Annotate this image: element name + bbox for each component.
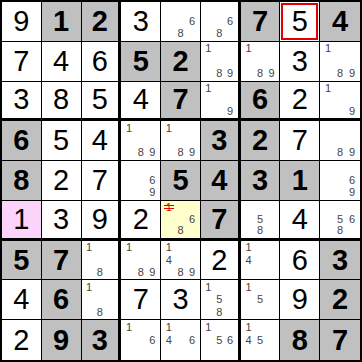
- candidate-1: 1: [322, 83, 334, 95]
- cell-r2c3[interactable]: 6: [82, 42, 122, 82]
- pencil-marks: 189: [121, 121, 160, 160]
- cell-value-3: 3: [292, 47, 308, 76]
- candidate-9: 9: [346, 187, 358, 199]
- candidate-9: 9: [225, 106, 236, 118]
- cell-r3c9[interactable]: 19: [320, 82, 360, 122]
- cell-r8c6[interactable]: 158: [201, 280, 241, 320]
- cell-value-9: 9: [292, 285, 308, 314]
- candidate-5: 5: [214, 334, 225, 347]
- cell-value-4: 4: [211, 166, 227, 195]
- cell-r3c8[interactable]: 2: [280, 82, 320, 122]
- cell-r9c5[interactable]: 146: [161, 320, 201, 360]
- cell-r4c3[interactable]: 4: [82, 121, 122, 161]
- cell-r1c7[interactable]: 7: [241, 2, 281, 42]
- cell-r6c8[interactable]: 4: [280, 201, 320, 241]
- cell-r8c4[interactable]: 7: [121, 280, 161, 320]
- cell-r9c6[interactable]: 156: [201, 320, 241, 360]
- candidate-8: 8: [135, 266, 147, 278]
- cell-value-8: 8: [13, 166, 29, 195]
- pencil-marks: 156: [201, 320, 238, 360]
- pencil-marks: 68: [201, 2, 238, 41]
- cell-value-5: 5: [92, 85, 108, 114]
- candidate-6: 6: [225, 15, 236, 27]
- cell-r1c8[interactable]: 5: [280, 2, 320, 42]
- cell-r5c8[interactable]: 1: [280, 161, 320, 201]
- cell-r5c5[interactable]: 5: [161, 161, 201, 201]
- cell-value-6: 6: [92, 47, 108, 76]
- candidate-1: 1: [84, 281, 95, 293]
- cell-r2c6[interactable]: 189: [201, 42, 241, 82]
- cell-value-6: 6: [252, 85, 268, 114]
- candidate-4: 4: [163, 334, 175, 347]
- cell-value-2: 2: [292, 85, 308, 114]
- candidate-8: 8: [135, 147, 147, 159]
- cell-value-4: 4: [292, 205, 308, 234]
- candidate-8: 8: [94, 306, 105, 318]
- candidate-8: 8: [94, 266, 105, 278]
- candidate-9: 9: [186, 266, 198, 278]
- pencil-marks: 19: [320, 82, 360, 119]
- cell-r3c7[interactable]: 6: [241, 82, 281, 122]
- cell-r8c9[interactable]: 2: [320, 280, 360, 320]
- cell-r2c8[interactable]: 3: [280, 42, 320, 82]
- candidate-1: 1: [123, 321, 135, 334]
- cell-value-5: 5: [292, 7, 308, 36]
- pencil-marks: 14: [241, 241, 280, 280]
- cell-value-6: 6: [13, 126, 29, 155]
- cell-r7c2[interactable]: 7: [42, 241, 82, 281]
- cell-value-9: 9: [13, 7, 29, 36]
- candidate-9: 9: [346, 106, 358, 118]
- cell-r1c4[interactable]: 3: [121, 2, 161, 42]
- cell-r2c7[interactable]: 189: [241, 42, 281, 82]
- candidate-9: 9: [225, 67, 236, 79]
- candidate-4: 4: [163, 254, 175, 266]
- pencil-marks: 146: [161, 320, 200, 360]
- cell-value-5: 5: [13, 246, 29, 275]
- candidate-1: 1: [163, 321, 175, 334]
- candidate-8: 8: [334, 225, 346, 237]
- cell-r6c2[interactable]: 3: [42, 201, 82, 241]
- cell-value-1: 1: [53, 7, 69, 36]
- cell-r1c6[interactable]: 68: [201, 2, 241, 42]
- cell-r5c9[interactable]: 69: [320, 161, 360, 201]
- cell-value-5: 5: [133, 47, 149, 76]
- pencil-marks: 19: [201, 82, 238, 119]
- cell-r3c6[interactable]: 19: [201, 82, 241, 122]
- cell-r6c6[interactable]: 7: [201, 201, 241, 241]
- cell-r8c8[interactable]: 9: [280, 280, 320, 320]
- cell-r9c1[interactable]: 2: [2, 320, 42, 360]
- cell-value-9: 9: [53, 326, 69, 355]
- candidate-6: 6: [225, 334, 236, 347]
- candidate-6: 6: [186, 334, 198, 347]
- cell-r7c5[interactable]: 1489: [161, 241, 201, 281]
- cell-r5c6[interactable]: 4: [201, 161, 241, 201]
- pencil-marks: 18: [82, 241, 119, 280]
- pencil-marks: 189: [161, 121, 200, 160]
- candidate-1: 1: [163, 122, 175, 134]
- pencil-marks: 58: [241, 201, 280, 238]
- pencil-marks: 69: [121, 161, 160, 200]
- cell-value-7: 7: [53, 246, 69, 275]
- cell-r2c4[interactable]: 5: [121, 42, 161, 82]
- cell-r1c9[interactable]: 4: [320, 2, 360, 42]
- cell-value-7: 7: [92, 166, 108, 195]
- cell-r7c9[interactable]: 3: [320, 241, 360, 281]
- candidate-6: 6: [147, 334, 159, 347]
- cell-r8c5[interactable]: 3: [161, 280, 201, 320]
- cell-value-7: 7: [172, 85, 188, 114]
- cell-value-2: 2: [252, 126, 268, 155]
- candidate-1: 1: [203, 83, 214, 95]
- cell-value-4: 4: [133, 85, 149, 114]
- cell-value-3: 3: [252, 166, 268, 195]
- candidate-1: 1: [243, 43, 255, 55]
- pencil-marks: 16: [121, 320, 160, 360]
- pencil-marks: 69: [320, 161, 360, 200]
- candidate-6: 6: [346, 174, 358, 186]
- cell-r5c3[interactable]: 7: [82, 161, 122, 201]
- candidate-4: 4: [243, 334, 255, 347]
- candidate-8: 8: [334, 147, 346, 159]
- candidate-5: 5: [214, 294, 225, 306]
- candidate-5: 5: [254, 213, 266, 225]
- pencil-marks: 89: [320, 121, 360, 160]
- cell-value-4: 4: [53, 47, 69, 76]
- cell-r4c5[interactable]: 189: [161, 121, 201, 161]
- cell-r3c4[interactable]: 4: [121, 82, 161, 122]
- cell-r3c1[interactable]: 3: [2, 82, 42, 122]
- pencil-marks: 189: [241, 42, 280, 81]
- candidate-9: 9: [186, 147, 198, 159]
- cell-r7c3[interactable]: 18: [82, 241, 122, 281]
- candidate-9: 9: [147, 147, 159, 159]
- cell-value-2: 2: [332, 285, 348, 314]
- candidate-6: 6: [186, 213, 198, 225]
- pencil-marks: 189: [121, 241, 160, 280]
- candidate-1: 1: [243, 281, 255, 293]
- cell-r5c7[interactable]: 3: [241, 161, 281, 201]
- cell-r4c8[interactable]: 7: [280, 121, 320, 161]
- cell-r6c1[interactable]: 1: [2, 201, 42, 241]
- pencil-marks: 68: [161, 2, 200, 41]
- cell-r7c4[interactable]: 189: [121, 241, 161, 281]
- cell-r2c5[interactable]: 2: [161, 42, 201, 82]
- cell-r6c4[interactable]: 2: [121, 201, 161, 241]
- cell-value-7: 7: [133, 285, 149, 314]
- cell-value-2: 2: [53, 166, 69, 195]
- cell-value-7: 7: [332, 326, 348, 355]
- candidate-1: 1: [203, 281, 214, 293]
- pencil-marks: 568: [320, 201, 360, 238]
- cell-r2c9[interactable]: 189: [320, 42, 360, 82]
- cell-r8c7[interactable]: 15: [241, 280, 281, 320]
- sudoku-board: 9123686875474652189189318938547196219654…: [0, 0, 362, 362]
- cell-value-2: 2: [133, 205, 149, 234]
- pencil-marks: 189: [201, 42, 238, 81]
- candidate-9: 9: [147, 266, 159, 278]
- cell-r1c1[interactable]: 9: [2, 2, 42, 42]
- candidate-1: 1: [322, 43, 334, 55]
- cell-value-3: 3: [332, 246, 348, 275]
- cell-r7c6[interactable]: 2: [201, 241, 241, 281]
- cell-r3c2[interactable]: 8: [42, 82, 82, 122]
- cell-value-3: 3: [13, 85, 29, 114]
- cell-r6c3[interactable]: 9: [82, 201, 122, 241]
- cell-r5c1[interactable]: 8: [2, 161, 42, 201]
- cell-value-1: 1: [292, 166, 308, 195]
- candidate-6: 6: [186, 15, 198, 27]
- candidate-5: 5: [254, 334, 266, 347]
- cell-value-2: 2: [172, 47, 188, 76]
- cell-r6c7[interactable]: 58: [241, 201, 281, 241]
- cell-value-7: 7: [252, 7, 268, 36]
- cell-value-7: 7: [292, 126, 308, 155]
- pencil-marks: 18: [82, 280, 119, 319]
- cell-value-4: 4: [332, 7, 348, 36]
- cell-value-1: 1: [13, 205, 29, 234]
- cell-value-3: 3: [172, 285, 188, 314]
- cell-r7c7[interactable]: 14: [241, 241, 281, 281]
- cell-value-2: 2: [211, 246, 227, 275]
- candidate-9: 9: [266, 67, 278, 79]
- cell-r4c7[interactable]: 2: [241, 121, 281, 161]
- pencil-marks: 145: [241, 320, 280, 360]
- candidate-5: 5: [254, 294, 266, 306]
- candidate-8: 8: [175, 225, 187, 237]
- cell-r5c4[interactable]: 69: [121, 161, 161, 201]
- cell-r7c1[interactable]: 5: [2, 241, 42, 281]
- candidate-8: 8: [175, 266, 187, 278]
- candidate-4: 4: [243, 254, 255, 266]
- candidate-9: 9: [346, 67, 358, 79]
- cell-value-9: 9: [92, 205, 108, 234]
- cell-r8c1[interactable]: 4: [2, 280, 42, 320]
- candidate-8: 8: [214, 28, 225, 40]
- cell-value-3: 3: [53, 205, 69, 234]
- candidate-1: 1: [123, 122, 135, 134]
- candidate-8: 8: [334, 67, 346, 79]
- cell-value-7: 7: [13, 47, 29, 76]
- cell-r4c9[interactable]: 89: [320, 121, 360, 161]
- cell-value-8: 8: [53, 85, 69, 114]
- cell-r4c4[interactable]: 189: [121, 121, 161, 161]
- candidate-6: 6: [147, 174, 159, 186]
- cell-value-6: 6: [292, 246, 308, 275]
- cell-r1c2[interactable]: 1: [42, 2, 82, 42]
- cell-r9c8[interactable]: 8: [280, 320, 320, 360]
- cell-value-3: 3: [211, 126, 227, 155]
- cell-r7c8[interactable]: 6: [280, 241, 320, 281]
- cell-r9c9[interactable]: 7: [320, 320, 360, 360]
- cell-r9c4[interactable]: 16: [121, 320, 161, 360]
- cell-value-8: 8: [292, 326, 308, 355]
- cell-r1c3[interactable]: 2: [82, 2, 122, 42]
- cell-r4c6[interactable]: 3: [201, 121, 241, 161]
- candidate-8: 8: [175, 147, 187, 159]
- cell-r2c1[interactable]: 7: [2, 42, 42, 82]
- candidate-8: 8: [254, 67, 266, 79]
- candidate-1: 1: [123, 242, 135, 254]
- pencil-marks: 189: [320, 42, 360, 81]
- pencil-marks: 1489: [161, 241, 200, 280]
- cell-r4c2[interactable]: 5: [42, 121, 82, 161]
- cell-r6c9[interactable]: 568: [320, 201, 360, 241]
- cell-r3c3[interactable]: 5: [82, 82, 122, 122]
- cell-r3c5[interactable]: 7: [161, 82, 201, 122]
- cell-r8c2[interactable]: 6: [42, 280, 82, 320]
- candidate-9: 9: [147, 187, 159, 199]
- cell-r1c5[interactable]: 68: [161, 2, 201, 42]
- candidate-8: 8: [175, 28, 187, 40]
- cell-value-5: 5: [53, 126, 69, 155]
- cell-value-2: 2: [92, 7, 108, 36]
- cell-value-5: 5: [172, 166, 188, 195]
- cell-value-6: 6: [53, 285, 69, 314]
- cell-r6c5[interactable]: 168: [161, 201, 201, 241]
- cell-r4c1[interactable]: 6: [2, 121, 42, 161]
- cell-value-3: 3: [133, 7, 149, 36]
- candidate-1: 1: [163, 242, 175, 254]
- candidate-9: 9: [346, 147, 358, 159]
- cell-value-3: 3: [92, 326, 108, 355]
- candidate-1: 1: [203, 321, 214, 334]
- cell-r9c2[interactable]: 9: [42, 320, 82, 360]
- cell-r9c7[interactable]: 145: [241, 320, 281, 360]
- cell-value-7: 7: [211, 205, 227, 234]
- candidate-5: 5: [334, 213, 346, 225]
- cell-value-2: 2: [13, 326, 29, 355]
- cell-r8c3[interactable]: 18: [82, 280, 122, 320]
- candidate-8: 8: [214, 67, 225, 79]
- candidate-1: 1: [84, 242, 95, 254]
- candidate-8: 8: [254, 225, 266, 237]
- cell-r5c2[interactable]: 2: [42, 161, 82, 201]
- candidate-6: 6: [346, 213, 358, 225]
- cell-value-4: 4: [92, 126, 108, 155]
- candidate-8: 8: [214, 306, 225, 318]
- cell-r9c3[interactable]: 3: [82, 320, 122, 360]
- candidate-1: 1: [203, 43, 214, 55]
- candidate-1: 1: [243, 321, 255, 334]
- cell-r2c2[interactable]: 4: [42, 42, 82, 82]
- pencil-marks: 168: [161, 201, 200, 238]
- pencil-marks: 158: [201, 280, 238, 319]
- pencil-marks: 15: [241, 280, 280, 319]
- candidate-1: 1: [243, 242, 255, 254]
- excluded-candidate-1: 1: [166, 202, 172, 213]
- cell-value-4: 4: [13, 285, 29, 314]
